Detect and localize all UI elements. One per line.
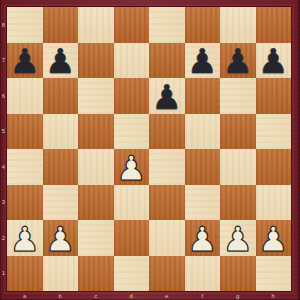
square-g6[interactable] <box>220 78 256 114</box>
piece-black-pawn-f7[interactable]: ♟ <box>187 44 217 78</box>
square-d1[interactable] <box>114 256 150 292</box>
square-f6[interactable] <box>185 78 221 114</box>
square-b2[interactable]: ♟ <box>43 220 79 256</box>
file-label-f: f <box>185 292 221 300</box>
square-d7[interactable] <box>114 43 150 79</box>
square-a5[interactable] <box>7 114 43 150</box>
square-c3[interactable] <box>78 185 114 221</box>
square-d3[interactable] <box>114 185 150 221</box>
square-b5[interactable] <box>43 114 79 150</box>
square-f5[interactable] <box>185 114 221 150</box>
piece-black-pawn-b7[interactable]: ♟ <box>45 44 75 78</box>
square-c2[interactable] <box>78 220 114 256</box>
piece-white-pawn-f2[interactable]: ♟ <box>187 222 217 256</box>
file-label-g: g <box>220 292 256 300</box>
rank-label-2: 2 <box>0 220 7 256</box>
square-e4[interactable] <box>149 149 185 185</box>
chess-board: ♟♟♟♟♟♟♟♟♟♟♟♟ <box>7 7 291 291</box>
square-g3[interactable] <box>220 185 256 221</box>
square-e3[interactable] <box>149 185 185 221</box>
square-e1[interactable] <box>149 256 185 292</box>
square-b6[interactable] <box>43 78 79 114</box>
square-h4[interactable] <box>256 149 292 185</box>
rank-label-3: 3 <box>0 185 7 221</box>
square-a2[interactable]: ♟ <box>7 220 43 256</box>
rank-label-6: 6 <box>0 78 7 114</box>
square-g2[interactable]: ♟ <box>220 220 256 256</box>
square-d8[interactable] <box>114 7 150 43</box>
square-e6[interactable]: ♟ <box>149 78 185 114</box>
piece-white-pawn-a2[interactable]: ♟ <box>10 222 40 256</box>
rank-label-5: 5 <box>0 114 7 150</box>
square-e2[interactable] <box>149 220 185 256</box>
square-b3[interactable] <box>43 185 79 221</box>
piece-white-pawn-b2[interactable]: ♟ <box>45 222 75 256</box>
square-d5[interactable] <box>114 114 150 150</box>
square-h3[interactable] <box>256 185 292 221</box>
square-d6[interactable] <box>114 78 150 114</box>
square-f2[interactable]: ♟ <box>185 220 221 256</box>
square-a1[interactable] <box>7 256 43 292</box>
piece-black-pawn-e6[interactable]: ♟ <box>152 80 182 114</box>
square-f8[interactable] <box>185 7 221 43</box>
square-f3[interactable] <box>185 185 221 221</box>
square-b4[interactable] <box>43 149 79 185</box>
square-f1[interactable] <box>185 256 221 292</box>
rank-label-8: 8 <box>0 7 7 43</box>
square-g1[interactable] <box>220 256 256 292</box>
piece-black-pawn-a7[interactable]: ♟ <box>10 44 40 78</box>
square-g4[interactable] <box>220 149 256 185</box>
square-a7[interactable]: ♟ <box>7 43 43 79</box>
file-label-a: a <box>7 292 43 300</box>
piece-black-pawn-g7[interactable]: ♟ <box>223 44 253 78</box>
square-c7[interactable] <box>78 43 114 79</box>
piece-white-pawn-g2[interactable]: ♟ <box>223 222 253 256</box>
square-g7[interactable]: ♟ <box>220 43 256 79</box>
square-h1[interactable] <box>256 256 292 292</box>
square-h7[interactable]: ♟ <box>256 43 292 79</box>
square-c8[interactable] <box>78 7 114 43</box>
file-label-b: b <box>43 292 79 300</box>
square-c1[interactable] <box>78 256 114 292</box>
square-a4[interactable] <box>7 149 43 185</box>
square-a3[interactable] <box>7 185 43 221</box>
square-g8[interactable] <box>220 7 256 43</box>
square-b7[interactable]: ♟ <box>43 43 79 79</box>
file-label-d: d <box>114 292 150 300</box>
rank-label-4: 4 <box>0 149 7 185</box>
square-e7[interactable] <box>149 43 185 79</box>
square-h8[interactable] <box>256 7 292 43</box>
piece-white-pawn-h2[interactable]: ♟ <box>258 222 288 256</box>
square-h2[interactable]: ♟ <box>256 220 292 256</box>
square-d2[interactable] <box>114 220 150 256</box>
piece-black-pawn-h7[interactable]: ♟ <box>258 44 288 78</box>
rank-label-1: 1 <box>0 256 7 292</box>
square-a6[interactable] <box>7 78 43 114</box>
square-e5[interactable] <box>149 114 185 150</box>
square-h6[interactable] <box>256 78 292 114</box>
file-label-e: e <box>149 292 185 300</box>
file-label-h: h <box>256 292 292 300</box>
piece-white-pawn-d4[interactable]: ♟ <box>116 151 146 185</box>
square-c5[interactable] <box>78 114 114 150</box>
square-h5[interactable] <box>256 114 292 150</box>
rank-label-7: 7 <box>0 43 7 79</box>
square-b8[interactable] <box>43 7 79 43</box>
square-c4[interactable] <box>78 149 114 185</box>
square-c6[interactable] <box>78 78 114 114</box>
file-label-c: c <box>78 292 114 300</box>
square-f7[interactable]: ♟ <box>185 43 221 79</box>
square-f4[interactable] <box>185 149 221 185</box>
square-g5[interactable] <box>220 114 256 150</box>
square-b1[interactable] <box>43 256 79 292</box>
square-d4[interactable]: ♟ <box>114 149 150 185</box>
square-e8[interactable] <box>149 7 185 43</box>
square-a8[interactable] <box>7 7 43 43</box>
chess-board-frame: ♟♟♟♟♟♟♟♟♟♟♟♟ 87654321abcdefgh <box>0 0 300 300</box>
